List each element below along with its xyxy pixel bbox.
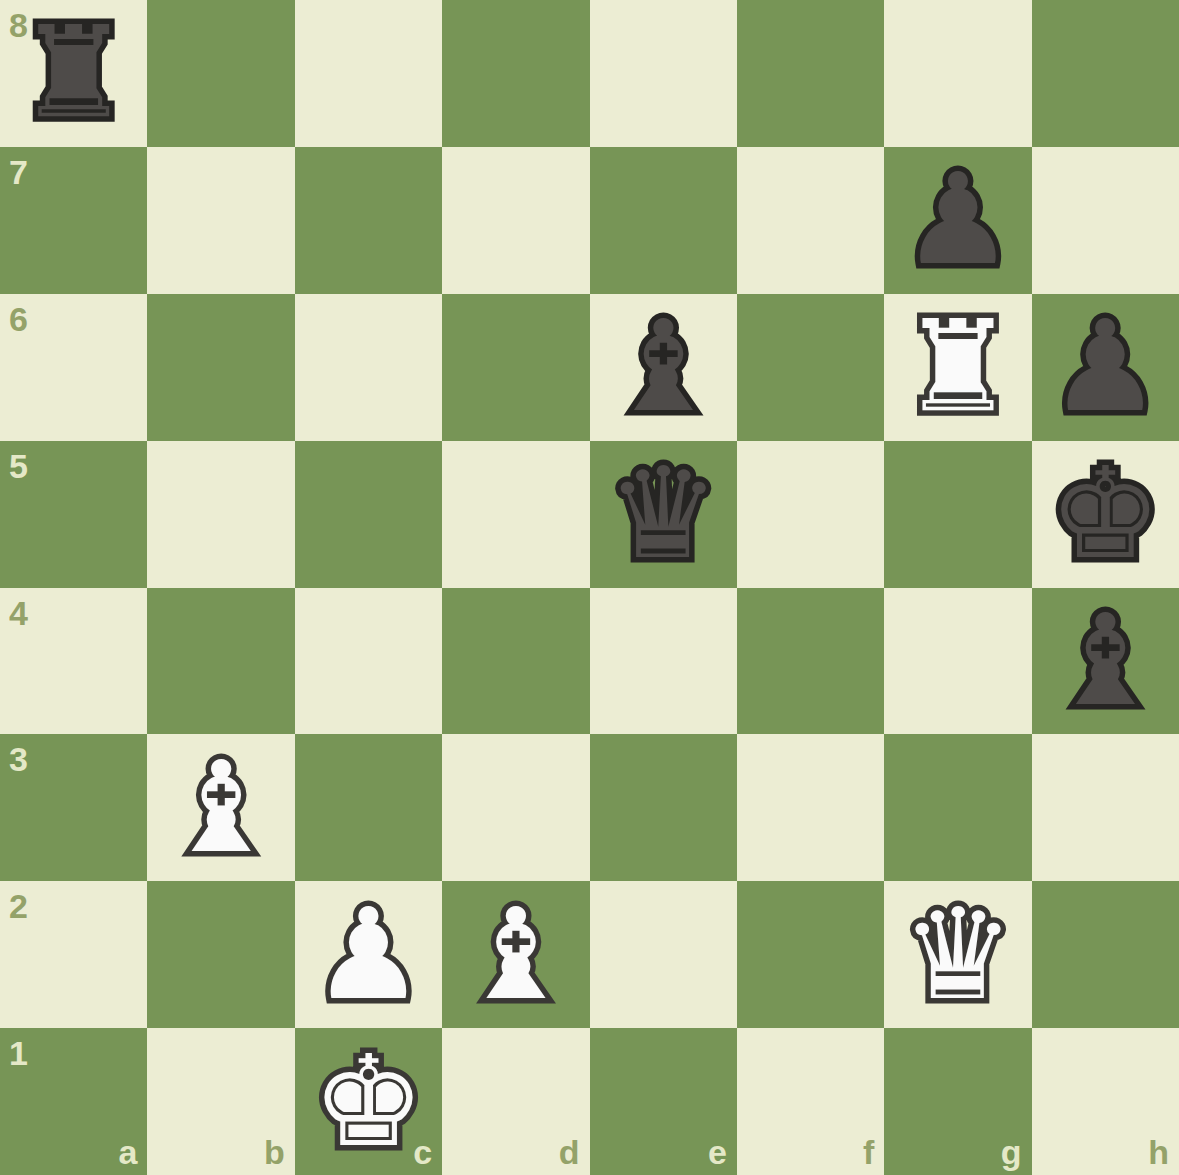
square-b2[interactable] bbox=[147, 881, 294, 1028]
file-label-h: h bbox=[1148, 1135, 1169, 1169]
square-b1[interactable]: b bbox=[147, 1028, 294, 1175]
piece-white-rook[interactable] bbox=[884, 294, 1031, 441]
file-label-g: g bbox=[1001, 1135, 1022, 1169]
square-d5[interactable] bbox=[442, 441, 589, 588]
rank-label-2: 2 bbox=[9, 889, 28, 923]
square-d6[interactable] bbox=[442, 294, 589, 441]
square-c6[interactable] bbox=[295, 294, 442, 441]
square-g6[interactable] bbox=[884, 294, 1031, 441]
square-e6[interactable] bbox=[590, 294, 737, 441]
square-c1[interactable]: c bbox=[295, 1028, 442, 1175]
square-a7[interactable]: 7 bbox=[0, 147, 147, 294]
square-c3[interactable] bbox=[295, 734, 442, 881]
square-d7[interactable] bbox=[442, 147, 589, 294]
piece-white-pawn[interactable] bbox=[295, 881, 442, 1028]
rank-label-4: 4 bbox=[9, 596, 28, 630]
square-h2[interactable] bbox=[1032, 881, 1179, 1028]
piece-white-bishop[interactable] bbox=[147, 734, 294, 881]
square-f6[interactable] bbox=[737, 294, 884, 441]
square-e3[interactable] bbox=[590, 734, 737, 881]
file-label-d: d bbox=[559, 1135, 580, 1169]
file-label-b: b bbox=[264, 1135, 285, 1169]
file-label-a: a bbox=[118, 1135, 137, 1169]
piece-black-queen[interactable] bbox=[590, 441, 737, 588]
rank-label-1: 1 bbox=[9, 1036, 28, 1070]
square-c7[interactable] bbox=[295, 147, 442, 294]
square-h3[interactable] bbox=[1032, 734, 1179, 881]
square-c5[interactable] bbox=[295, 441, 442, 588]
square-g1[interactable]: g bbox=[884, 1028, 1031, 1175]
square-c4[interactable] bbox=[295, 588, 442, 735]
square-f8[interactable] bbox=[737, 0, 884, 147]
chess-board: 87654321abcdefgh bbox=[0, 0, 1179, 1175]
piece-white-queen[interactable] bbox=[884, 881, 1031, 1028]
square-c8[interactable] bbox=[295, 0, 442, 147]
square-d4[interactable] bbox=[442, 588, 589, 735]
rank-label-6: 6 bbox=[9, 302, 28, 336]
square-g5[interactable] bbox=[884, 441, 1031, 588]
square-h8[interactable] bbox=[1032, 0, 1179, 147]
square-a1[interactable]: 1a bbox=[0, 1028, 147, 1175]
square-g4[interactable] bbox=[884, 588, 1031, 735]
square-e2[interactable] bbox=[590, 881, 737, 1028]
square-e1[interactable]: e bbox=[590, 1028, 737, 1175]
rank-label-3: 3 bbox=[9, 742, 28, 776]
piece-black-bishop[interactable] bbox=[1032, 588, 1179, 735]
square-f5[interactable] bbox=[737, 441, 884, 588]
square-g2[interactable] bbox=[884, 881, 1031, 1028]
square-h6[interactable] bbox=[1032, 294, 1179, 441]
square-f7[interactable] bbox=[737, 147, 884, 294]
square-e5[interactable] bbox=[590, 441, 737, 588]
square-a6[interactable]: 6 bbox=[0, 294, 147, 441]
square-h4[interactable] bbox=[1032, 588, 1179, 735]
square-f4[interactable] bbox=[737, 588, 884, 735]
square-h5[interactable] bbox=[1032, 441, 1179, 588]
square-c2[interactable] bbox=[295, 881, 442, 1028]
file-label-e: e bbox=[708, 1135, 727, 1169]
square-b5[interactable] bbox=[147, 441, 294, 588]
square-d3[interactable] bbox=[442, 734, 589, 881]
square-b8[interactable] bbox=[147, 0, 294, 147]
file-label-f: f bbox=[863, 1135, 874, 1169]
square-a8[interactable]: 8 bbox=[0, 0, 147, 147]
square-f2[interactable] bbox=[737, 881, 884, 1028]
square-a5[interactable]: 5 bbox=[0, 441, 147, 588]
square-h1[interactable]: h bbox=[1032, 1028, 1179, 1175]
rank-label-5: 5 bbox=[9, 449, 28, 483]
square-d2[interactable] bbox=[442, 881, 589, 1028]
piece-black-bishop[interactable] bbox=[590, 294, 737, 441]
square-g7[interactable] bbox=[884, 147, 1031, 294]
square-b6[interactable] bbox=[147, 294, 294, 441]
square-b4[interactable] bbox=[147, 588, 294, 735]
rank-label-7: 7 bbox=[9, 155, 28, 189]
square-e8[interactable] bbox=[590, 0, 737, 147]
square-f1[interactable]: f bbox=[737, 1028, 884, 1175]
piece-black-pawn[interactable] bbox=[884, 147, 1031, 294]
piece-white-bishop[interactable] bbox=[442, 881, 589, 1028]
square-d8[interactable] bbox=[442, 0, 589, 147]
piece-black-pawn[interactable] bbox=[1032, 294, 1179, 441]
square-d1[interactable]: d bbox=[442, 1028, 589, 1175]
piece-black-rook[interactable] bbox=[0, 0, 147, 147]
square-b3[interactable] bbox=[147, 734, 294, 881]
square-g3[interactable] bbox=[884, 734, 1031, 881]
piece-white-king[interactable] bbox=[295, 1028, 442, 1175]
square-f3[interactable] bbox=[737, 734, 884, 881]
square-e4[interactable] bbox=[590, 588, 737, 735]
square-a2[interactable]: 2 bbox=[0, 881, 147, 1028]
square-a3[interactable]: 3 bbox=[0, 734, 147, 881]
square-e7[interactable] bbox=[590, 147, 737, 294]
piece-black-king[interactable] bbox=[1032, 441, 1179, 588]
square-b7[interactable] bbox=[147, 147, 294, 294]
square-a4[interactable]: 4 bbox=[0, 588, 147, 735]
square-h7[interactable] bbox=[1032, 147, 1179, 294]
square-g8[interactable] bbox=[884, 0, 1031, 147]
